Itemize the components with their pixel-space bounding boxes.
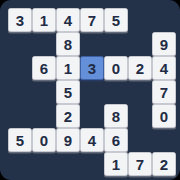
grid-cell-blocked — [32, 104, 56, 128]
grid-cell[interactable]: 4 — [80, 128, 104, 152]
grid-cell-blocked — [80, 80, 104, 104]
grid-cell[interactable]: 4 — [56, 8, 80, 32]
grid-cell[interactable]: 9 — [152, 32, 176, 56]
grid-cell-blocked — [8, 104, 32, 128]
grid-cell-blocked — [128, 104, 152, 128]
grid-cell[interactable]: 1 — [56, 56, 80, 80]
grid-cell[interactable]: 0 — [32, 128, 56, 152]
grid-cell[interactable]: 0 — [152, 104, 176, 128]
grid-cell-blocked — [8, 56, 32, 80]
grid-cell-blocked — [80, 32, 104, 56]
grid-cell[interactable]: 7 — [80, 8, 104, 32]
grid-cell[interactable]: 4 — [152, 56, 176, 80]
grid-cell-blocked — [128, 32, 152, 56]
grid-cell-blocked — [152, 128, 176, 152]
grid-cell-blocked — [128, 128, 152, 152]
grid-cell-blocked — [152, 8, 176, 32]
grid-cell[interactable]: 2 — [152, 152, 176, 176]
grid-cell[interactable]: 7 — [128, 152, 152, 176]
grid-cell[interactable]: 5 — [8, 128, 32, 152]
grid-cell[interactable]: 0 — [104, 56, 128, 80]
puzzle-screen: 31475896130245728050946172 — [0, 0, 180, 180]
grid-cell-blocked — [8, 32, 32, 56]
grid-cell[interactable]: 3 — [8, 8, 32, 32]
grid-cell-blocked — [128, 80, 152, 104]
grid-cell[interactable]: 1 — [104, 152, 128, 176]
puzzle-board: 31475896130245728050946172 — [8, 8, 176, 176]
grid-cell-blocked — [8, 80, 32, 104]
grid-cell-blocked — [80, 104, 104, 128]
grid-cell[interactable]: 2 — [128, 56, 152, 80]
grid-cell[interactable]: 2 — [56, 104, 80, 128]
grid-cell[interactable]: 5 — [56, 80, 80, 104]
grid-cell[interactable]: 6 — [32, 56, 56, 80]
grid-cell-blocked — [128, 8, 152, 32]
grid-cell[interactable]: 6 — [104, 128, 128, 152]
grid-cell-blocked — [8, 152, 32, 176]
grid-cell[interactable]: 5 — [104, 8, 128, 32]
grid-cell-blocked — [104, 32, 128, 56]
grid-cell[interactable]: 8 — [56, 32, 80, 56]
grid-cell-blocked — [104, 80, 128, 104]
grid-cell[interactable]: 7 — [152, 80, 176, 104]
grid-cell-blocked — [32, 32, 56, 56]
grid-cell-selected[interactable]: 3 — [80, 56, 104, 80]
grid-cell[interactable]: 8 — [104, 104, 128, 128]
grid-cell[interactable]: 1 — [32, 8, 56, 32]
grid-cell-blocked — [32, 80, 56, 104]
grid-cell[interactable]: 9 — [56, 128, 80, 152]
grid-cell-blocked — [32, 152, 56, 176]
grid-cell-blocked — [56, 152, 80, 176]
grid-cell-blocked — [80, 152, 104, 176]
